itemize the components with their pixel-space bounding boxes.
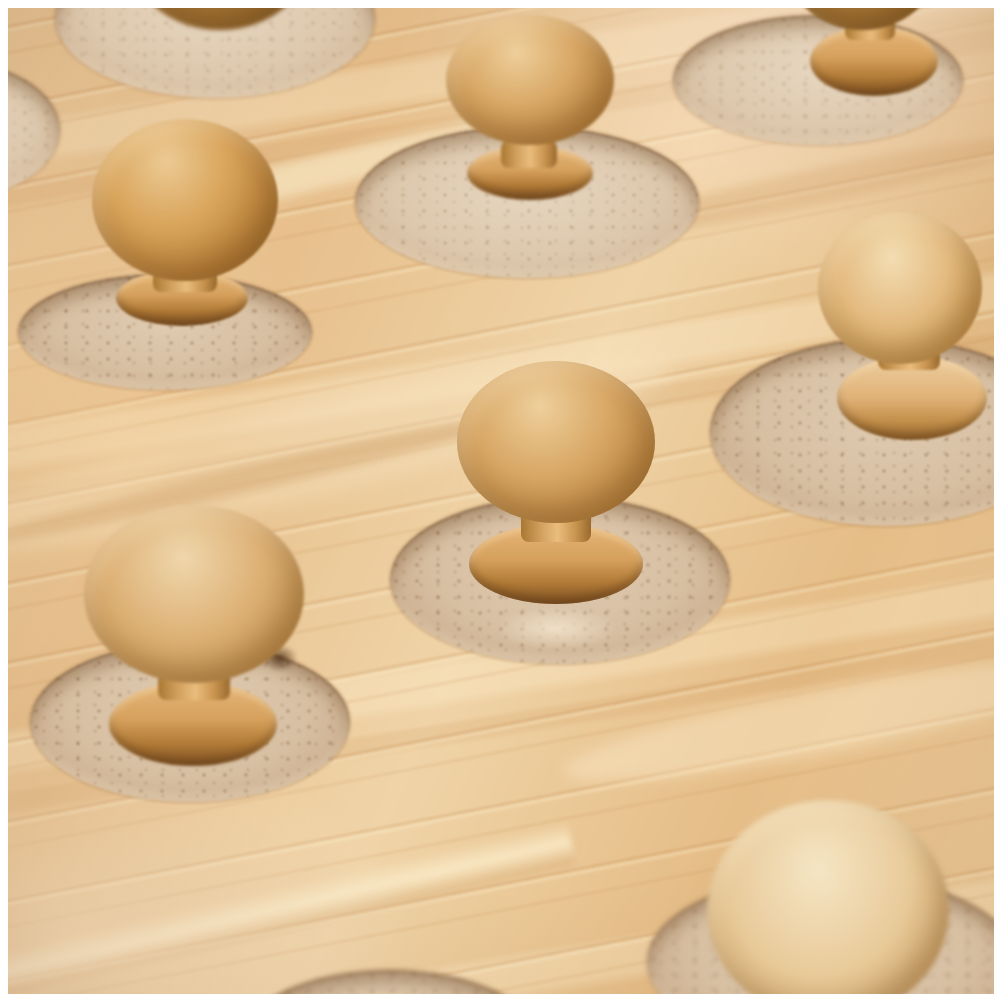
peg-H-ball xyxy=(84,505,304,683)
peg-B-ball xyxy=(446,15,614,145)
socket-D[interactable] xyxy=(0,60,60,200)
peg-I-ball xyxy=(707,800,949,1002)
peg-G-ball xyxy=(818,212,982,364)
board-items xyxy=(0,0,1002,1002)
peg-F-ball xyxy=(457,361,655,523)
board-photo xyxy=(0,0,1002,1002)
peg-E-ball xyxy=(92,119,278,281)
peg-F-spot-sheen xyxy=(494,606,618,650)
